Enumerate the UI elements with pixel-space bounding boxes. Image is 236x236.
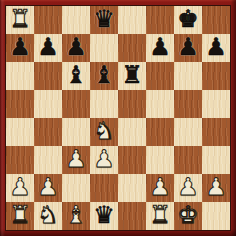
square-b8[interactable]: [34, 6, 62, 34]
square-g8[interactable]: ♚: [174, 6, 202, 34]
square-b1[interactable]: ♞: [34, 202, 62, 230]
square-g1[interactable]: ♚: [174, 202, 202, 230]
white-knight[interactable]: ♞: [93, 119, 115, 143]
square-d6[interactable]: ♝: [90, 62, 118, 90]
square-h8[interactable]: [202, 6, 230, 34]
square-h2[interactable]: ♟: [202, 174, 230, 202]
square-b6[interactable]: [34, 62, 62, 90]
square-a1[interactable]: ♜: [6, 202, 34, 230]
black-pawn[interactable]: ♟: [205, 35, 227, 59]
square-g3[interactable]: [174, 146, 202, 174]
black-queen[interactable]: ♛: [93, 7, 115, 31]
square-a6[interactable]: [6, 62, 34, 90]
white-pawn[interactable]: ♟: [177, 175, 199, 199]
square-f7[interactable]: ♟: [146, 34, 174, 62]
black-queen[interactable]: ♛: [93, 203, 115, 227]
square-g7[interactable]: ♟: [174, 34, 202, 62]
square-c6[interactable]: ♝: [62, 62, 90, 90]
black-pawn[interactable]: ♟: [65, 35, 87, 59]
square-c3[interactable]: ♟: [62, 146, 90, 174]
square-d7[interactable]: [90, 34, 118, 62]
square-f2[interactable]: ♟: [146, 174, 174, 202]
square-a8[interactable]: ♜: [6, 6, 34, 34]
square-b5[interactable]: [34, 90, 62, 118]
square-e1[interactable]: [118, 202, 146, 230]
square-g6[interactable]: [174, 62, 202, 90]
square-e4[interactable]: [118, 118, 146, 146]
square-c1[interactable]: ♝: [62, 202, 90, 230]
square-e2[interactable]: [118, 174, 146, 202]
square-b3[interactable]: [34, 146, 62, 174]
square-b4[interactable]: [34, 118, 62, 146]
square-c5[interactable]: [62, 90, 90, 118]
black-king[interactable]: ♚: [177, 7, 199, 31]
square-h6[interactable]: [202, 62, 230, 90]
black-pawn[interactable]: ♟: [9, 35, 31, 59]
square-e7[interactable]: [118, 34, 146, 62]
square-d3[interactable]: ♟: [90, 146, 118, 174]
square-b2[interactable]: ♟: [34, 174, 62, 202]
square-c8[interactable]: [62, 6, 90, 34]
square-f3[interactable]: [146, 146, 174, 174]
square-c4[interactable]: [62, 118, 90, 146]
square-e8[interactable]: [118, 6, 146, 34]
square-h1[interactable]: [202, 202, 230, 230]
white-pawn[interactable]: ♟: [149, 175, 171, 199]
white-rook[interactable]: ♜: [149, 203, 171, 227]
black-pawn[interactable]: ♟: [177, 35, 199, 59]
square-f8[interactable]: [146, 6, 174, 34]
white-pawn[interactable]: ♟: [205, 175, 227, 199]
square-d5[interactable]: [90, 90, 118, 118]
black-bishop[interactable]: ♝: [93, 63, 115, 87]
square-d4[interactable]: ♞: [90, 118, 118, 146]
white-king[interactable]: ♚: [177, 203, 199, 227]
black-bishop[interactable]: ♝: [65, 63, 87, 87]
square-a7[interactable]: ♟: [6, 34, 34, 62]
square-f6[interactable]: [146, 62, 174, 90]
white-rook[interactable]: ♜: [9, 203, 31, 227]
square-b7[interactable]: ♟: [34, 34, 62, 62]
square-e5[interactable]: [118, 90, 146, 118]
square-f4[interactable]: [146, 118, 174, 146]
square-g2[interactable]: ♟: [174, 174, 202, 202]
square-h7[interactable]: ♟: [202, 34, 230, 62]
black-rook[interactable]: ♜: [121, 63, 143, 87]
square-c7[interactable]: ♟: [62, 34, 90, 62]
square-e6[interactable]: ♜: [118, 62, 146, 90]
board-frame: ♜♛♚♟♟♟♟♟♟♝♝♜♞♟♟♟♟♟♟♟♜♞♝♛♜♚: [0, 0, 236, 236]
white-pawn[interactable]: ♟: [93, 147, 115, 171]
square-h5[interactable]: [202, 90, 230, 118]
white-pawn[interactable]: ♟: [65, 147, 87, 171]
square-a2[interactable]: ♟: [6, 174, 34, 202]
square-d1[interactable]: ♛: [90, 202, 118, 230]
black-pawn[interactable]: ♟: [37, 35, 59, 59]
square-e3[interactable]: [118, 146, 146, 174]
chess-board: ♜♛♚♟♟♟♟♟♟♝♝♜♞♟♟♟♟♟♟♟♜♞♝♛♜♚: [6, 6, 230, 230]
square-h3[interactable]: [202, 146, 230, 174]
square-d2[interactable]: [90, 174, 118, 202]
square-h4[interactable]: [202, 118, 230, 146]
square-a3[interactable]: [6, 146, 34, 174]
white-pawn[interactable]: ♟: [9, 175, 31, 199]
square-d8[interactable]: ♛: [90, 6, 118, 34]
square-a5[interactable]: [6, 90, 34, 118]
white-pawn[interactable]: ♟: [37, 175, 59, 199]
square-g4[interactable]: [174, 118, 202, 146]
white-rook[interactable]: ♜: [9, 7, 31, 31]
black-pawn[interactable]: ♟: [149, 35, 171, 59]
square-f5[interactable]: [146, 90, 174, 118]
square-f1[interactable]: ♜: [146, 202, 174, 230]
square-g5[interactable]: [174, 90, 202, 118]
square-c2[interactable]: [62, 174, 90, 202]
white-bishop[interactable]: ♝: [65, 203, 87, 227]
white-knight[interactable]: ♞: [37, 203, 59, 227]
square-a4[interactable]: [6, 118, 34, 146]
